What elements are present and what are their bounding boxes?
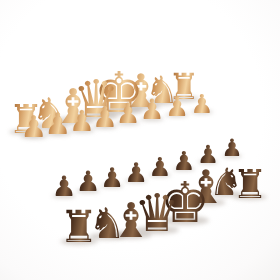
light-pawn: ♟ bbox=[45, 109, 72, 139]
light-pawn: ♟ bbox=[165, 93, 189, 120]
light-pawn: ♟ bbox=[69, 107, 95, 136]
dark-rook: ♜ bbox=[232, 164, 268, 204]
dark-pawn: ♟ bbox=[124, 159, 148, 186]
dark-pawn: ♟ bbox=[100, 164, 124, 191]
light-pawn: ♟ bbox=[139, 96, 164, 124]
light-pawn: ♟ bbox=[190, 91, 213, 117]
dark-rook: ♜ bbox=[59, 205, 98, 249]
light-pawn: ♟ bbox=[115, 100, 140, 128]
chess-pieces-photo: ♜♞♝♛♚♝♞♜♟♟♟♟♟♟♟♟♜♞♝♛♚♝♞♜♟♟♟♟♟♟♟♟ bbox=[0, 0, 280, 280]
light-pawn: ♟ bbox=[92, 103, 118, 132]
dark-pawn: ♟ bbox=[221, 136, 243, 160]
light-pawn: ♟ bbox=[21, 112, 48, 142]
dark-pawn: ♟ bbox=[75, 168, 100, 196]
dark-pawn: ♟ bbox=[51, 173, 76, 201]
